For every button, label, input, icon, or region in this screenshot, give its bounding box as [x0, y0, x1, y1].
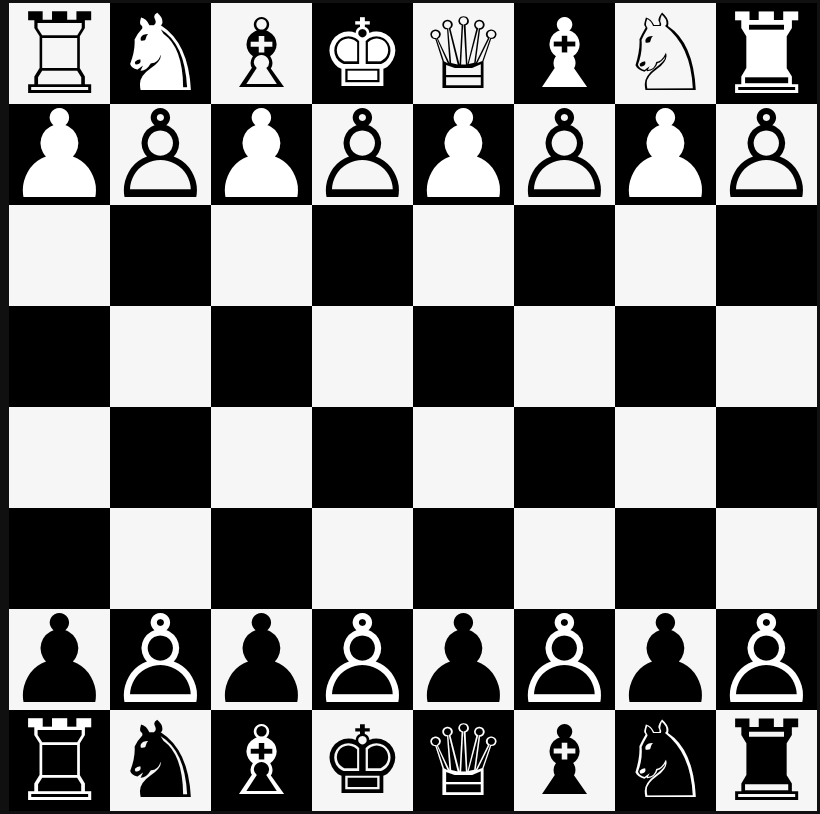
black-pawn[interactable]: ♟	[413, 609, 514, 710]
square-g7[interactable]: ♙	[110, 609, 211, 710]
square-c2[interactable]: ♙	[514, 104, 615, 205]
square-d8[interactable]: ♕	[413, 710, 514, 811]
black-bishop[interactable]: ♝	[514, 710, 615, 811]
square-h8[interactable]: ♖	[9, 710, 110, 811]
square-b5[interactable]	[615, 407, 716, 508]
black-bishop[interactable]: ♗	[211, 710, 312, 811]
white-pawn[interactable]: ♙	[110, 104, 211, 205]
square-b7[interactable]: ♟	[615, 609, 716, 710]
square-b4[interactable]	[615, 306, 716, 407]
white-pawn[interactable]: ♟	[615, 104, 716, 205]
square-b3[interactable]	[615, 205, 716, 306]
white-pawn[interactable]: ♟	[413, 104, 514, 205]
square-c7[interactable]: ♙	[514, 609, 615, 710]
black-rook[interactable]: ♜	[716, 710, 817, 811]
square-b2[interactable]: ♟	[615, 104, 716, 205]
white-pawn[interactable]: ♙	[514, 104, 615, 205]
square-f8[interactable]: ♗	[211, 710, 312, 811]
black-queen[interactable]: ♕	[413, 710, 514, 811]
square-a7[interactable]: ♙	[716, 609, 817, 710]
black-pawn[interactable]: ♙	[312, 609, 413, 710]
square-c8[interactable]: ♝	[514, 710, 615, 811]
square-h4[interactable]	[9, 306, 110, 407]
square-a4[interactable]	[716, 306, 817, 407]
square-h3[interactable]	[9, 205, 110, 306]
square-f3[interactable]	[211, 205, 312, 306]
square-h7[interactable]: ♟	[9, 609, 110, 710]
black-pawn[interactable]: ♙	[716, 609, 817, 710]
black-pawn[interactable]: ♟	[211, 609, 312, 710]
square-e4[interactable]	[312, 306, 413, 407]
black-pawn[interactable]: ♙	[110, 609, 211, 710]
square-e3[interactable]	[312, 205, 413, 306]
square-f5[interactable]	[211, 407, 312, 508]
black-knight[interactable]: ♘	[615, 710, 716, 811]
square-c3[interactable]	[514, 205, 615, 306]
square-e2[interactable]: ♙	[312, 104, 413, 205]
square-a8[interactable]: ♜	[716, 710, 817, 811]
square-g5[interactable]	[110, 407, 211, 508]
square-g3[interactable]	[110, 205, 211, 306]
square-d2[interactable]: ♟	[413, 104, 514, 205]
square-b8[interactable]: ♘	[615, 710, 716, 811]
black-pawn[interactable]: ♟	[9, 609, 110, 710]
black-rook[interactable]: ♖	[9, 710, 110, 811]
white-pawn[interactable]: ♙	[716, 104, 817, 205]
square-a2[interactable]: ♙	[716, 104, 817, 205]
square-f2[interactable]: ♟	[211, 104, 312, 205]
square-c4[interactable]	[514, 306, 615, 407]
black-pawn[interactable]: ♙	[514, 609, 615, 710]
square-d5[interactable]	[413, 407, 514, 508]
square-a3[interactable]	[716, 205, 817, 306]
square-a5[interactable]	[716, 407, 817, 508]
square-d7[interactable]: ♟	[413, 609, 514, 710]
square-c5[interactable]	[514, 407, 615, 508]
white-pawn[interactable]: ♟	[9, 104, 110, 205]
square-f4[interactable]	[211, 306, 312, 407]
white-pawn[interactable]: ♟	[211, 104, 312, 205]
square-g4[interactable]	[110, 306, 211, 407]
white-pawn[interactable]: ♙	[312, 104, 413, 205]
black-knight[interactable]: ♞	[110, 710, 211, 811]
chess-board: ♖♞♗♚♕♝♘♜♟♙♟♙♟♙♟♙♟♙♟♙♟♙♟♙♖♞♗♚♕♝♘♜	[9, 3, 817, 811]
square-g8[interactable]: ♞	[110, 710, 211, 811]
black-pawn[interactable]: ♟	[615, 609, 716, 710]
black-king[interactable]: ♚	[312, 710, 413, 811]
square-d3[interactable]	[413, 205, 514, 306]
square-e8[interactable]: ♚	[312, 710, 413, 811]
square-d4[interactable]	[413, 306, 514, 407]
square-e7[interactable]: ♙	[312, 609, 413, 710]
chessboard-background: ♖♞♗♚♕♝♘♜♟♙♟♙♟♙♟♙♟♙♟♙♟♙♟♙♖♞♗♚♕♝♘♜	[0, 0, 820, 814]
square-g2[interactable]: ♙	[110, 104, 211, 205]
square-f7[interactable]: ♟	[211, 609, 312, 710]
square-h2[interactable]: ♟	[9, 104, 110, 205]
square-h5[interactable]	[9, 407, 110, 508]
square-e5[interactable]	[312, 407, 413, 508]
